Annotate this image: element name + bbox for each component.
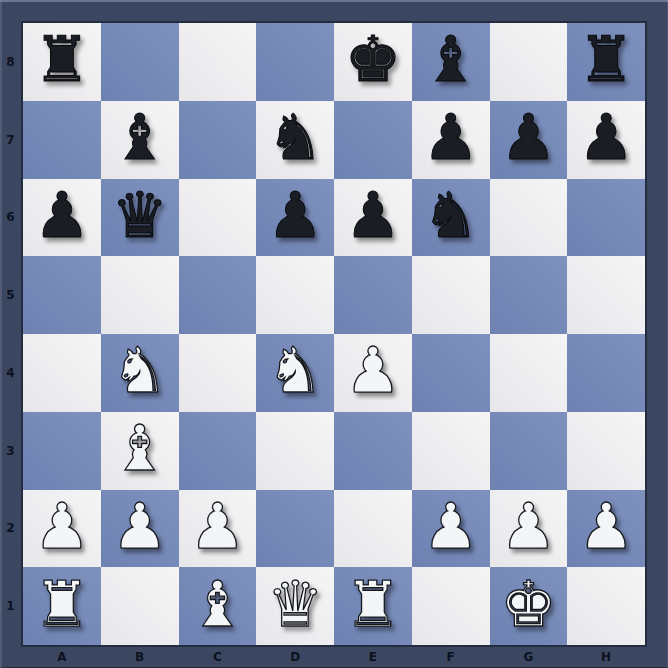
white-rook[interactable]: ♜	[345, 573, 401, 636]
square-f7[interactable]: ♟	[412, 101, 490, 179]
square-f4[interactable]	[412, 334, 490, 412]
file-label-f: F	[412, 645, 490, 668]
square-a4[interactable]	[23, 334, 101, 412]
square-f5[interactable]	[412, 256, 490, 334]
square-b7[interactable]: ♝	[101, 101, 179, 179]
square-d3[interactable]	[256, 412, 334, 490]
white-pawn[interactable]: ♟	[34, 495, 90, 558]
square-g6[interactable]	[490, 179, 568, 257]
square-h4[interactable]	[567, 334, 645, 412]
square-g7[interactable]: ♟	[490, 101, 568, 179]
black-knight[interactable]: ♞	[267, 106, 323, 169]
rank-label-5: 5	[0, 256, 21, 334]
square-h6[interactable]	[567, 179, 645, 257]
black-king[interactable]: ♚	[345, 28, 401, 91]
rank-label-8: 8	[0, 23, 21, 101]
file-label-h: H	[567, 645, 645, 668]
square-b2[interactable]: ♟	[101, 490, 179, 568]
square-g2[interactable]: ♟	[490, 490, 568, 568]
square-a1[interactable]: ♜	[23, 567, 101, 645]
square-h5[interactable]	[567, 256, 645, 334]
rank-label-6: 6	[0, 179, 21, 257]
square-e3[interactable]	[334, 412, 412, 490]
black-pawn[interactable]: ♟	[267, 184, 323, 247]
square-e8[interactable]: ♚	[334, 23, 412, 101]
file-label-b: B	[101, 645, 179, 668]
square-c5[interactable]	[179, 256, 257, 334]
rank-label-1: 1	[0, 567, 21, 645]
file-label-e: E	[334, 645, 412, 668]
square-f6[interactable]: ♞	[412, 179, 490, 257]
square-e2[interactable]	[334, 490, 412, 568]
square-g3[interactable]	[490, 412, 568, 490]
square-b5[interactable]	[101, 256, 179, 334]
black-rook[interactable]: ♜	[578, 28, 634, 91]
rank-labels: 87654321	[0, 23, 21, 645]
square-c7[interactable]	[179, 101, 257, 179]
square-c4[interactable]	[179, 334, 257, 412]
square-b8[interactable]	[101, 23, 179, 101]
white-bishop[interactable]: ♝	[189, 573, 245, 636]
file-label-a: A	[23, 645, 101, 668]
white-pawn[interactable]: ♟	[111, 495, 167, 558]
square-h1[interactable]	[567, 567, 645, 645]
file-labels: ABCDEFGH	[23, 645, 645, 668]
white-bishop[interactable]: ♝	[111, 417, 167, 480]
square-d2[interactable]	[256, 490, 334, 568]
square-g8[interactable]	[490, 23, 568, 101]
square-e6[interactable]: ♟	[334, 179, 412, 257]
square-a2[interactable]: ♟	[23, 490, 101, 568]
square-c8[interactable]	[179, 23, 257, 101]
file-label-d: D	[256, 645, 334, 668]
black-pawn[interactable]: ♟	[500, 106, 556, 169]
white-queen[interactable]: ♛	[267, 573, 323, 636]
square-b1[interactable]	[101, 567, 179, 645]
white-pawn[interactable]: ♟	[189, 495, 245, 558]
square-a5[interactable]	[23, 256, 101, 334]
black-pawn[interactable]: ♟	[345, 184, 401, 247]
square-f3[interactable]	[412, 412, 490, 490]
square-h3[interactable]	[567, 412, 645, 490]
black-queen[interactable]: ♛	[111, 184, 167, 247]
square-d7[interactable]: ♞	[256, 101, 334, 179]
square-c1[interactable]: ♝	[179, 567, 257, 645]
square-c2[interactable]: ♟	[179, 490, 257, 568]
white-pawn[interactable]: ♟	[422, 495, 478, 558]
white-knight[interactable]: ♞	[267, 339, 323, 402]
square-h7[interactable]: ♟	[567, 101, 645, 179]
black-rook[interactable]: ♜	[34, 28, 90, 91]
black-bishop[interactable]: ♝	[422, 28, 478, 91]
black-pawn[interactable]: ♟	[34, 184, 90, 247]
square-d4[interactable]: ♞	[256, 334, 334, 412]
white-king[interactable]: ♚	[500, 573, 556, 636]
square-f1[interactable]	[412, 567, 490, 645]
black-knight[interactable]: ♞	[422, 184, 478, 247]
square-h8[interactable]: ♜	[567, 23, 645, 101]
square-e7[interactable]	[334, 101, 412, 179]
rank-label-4: 4	[0, 334, 21, 412]
black-pawn[interactable]: ♟	[578, 106, 634, 169]
square-e4[interactable]: ♟	[334, 334, 412, 412]
square-b3[interactable]: ♝	[101, 412, 179, 490]
square-c3[interactable]	[179, 412, 257, 490]
square-a3[interactable]	[23, 412, 101, 490]
chessboard[interactable]: ♜♚♝♜♝♞♟♟♟♟♛♟♟♞♞♞♟♝♟♟♟♟♟♟♜♝♛♜♚	[21, 21, 647, 647]
square-g1[interactable]: ♚	[490, 567, 568, 645]
rank-label-7: 7	[0, 101, 21, 179]
square-a8[interactable]: ♜	[23, 23, 101, 101]
white-pawn[interactable]: ♟	[345, 339, 401, 402]
square-d8[interactable]	[256, 23, 334, 101]
white-pawn[interactable]: ♟	[578, 495, 634, 558]
square-a6[interactable]: ♟	[23, 179, 101, 257]
square-d1[interactable]: ♛	[256, 567, 334, 645]
square-c6[interactable]	[179, 179, 257, 257]
square-g5[interactable]	[490, 256, 568, 334]
square-h2[interactable]: ♟	[567, 490, 645, 568]
file-label-g: G	[490, 645, 568, 668]
chessboard-frame: 87654321 ♜♚♝♜♝♞♟♟♟♟♛♟♟♞♞♞♟♝♟♟♟♟♟♟♜♝♛♜♚ A…	[0, 0, 668, 668]
square-d6[interactable]: ♟	[256, 179, 334, 257]
square-a7[interactable]	[23, 101, 101, 179]
square-b6[interactable]: ♛	[101, 179, 179, 257]
square-e5[interactable]	[334, 256, 412, 334]
square-e1[interactable]: ♜	[334, 567, 412, 645]
square-b4[interactable]: ♞	[101, 334, 179, 412]
rank-label-3: 3	[0, 412, 21, 490]
square-g4[interactable]	[490, 334, 568, 412]
white-rook[interactable]: ♜	[34, 573, 90, 636]
file-label-c: C	[179, 645, 257, 668]
white-pawn[interactable]: ♟	[500, 495, 556, 558]
square-f2[interactable]: ♟	[412, 490, 490, 568]
white-knight[interactable]: ♞	[111, 339, 167, 402]
black-bishop[interactable]: ♝	[111, 106, 167, 169]
black-pawn[interactable]: ♟	[422, 106, 478, 169]
rank-label-2: 2	[0, 490, 21, 568]
square-d5[interactable]	[256, 256, 334, 334]
square-f8[interactable]: ♝	[412, 23, 490, 101]
